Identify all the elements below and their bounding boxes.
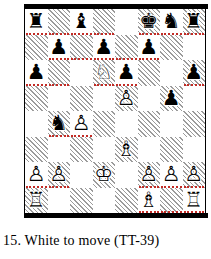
square-h1: ♖ bbox=[183, 188, 206, 214]
piece-black-R-a8: ♜ bbox=[27, 11, 46, 32]
piece-white-B-f1: ♗ bbox=[139, 190, 158, 211]
square-a2: ♙ bbox=[25, 162, 48, 188]
square-d4 bbox=[93, 111, 116, 137]
square-b6 bbox=[48, 60, 71, 86]
square-b4: ♞ bbox=[48, 111, 71, 137]
square-f4 bbox=[138, 111, 161, 137]
square-g1 bbox=[160, 188, 183, 214]
piece-black-K-f8: ♚ bbox=[139, 11, 158, 32]
square-g2: ♙ bbox=[160, 162, 183, 188]
square-g3 bbox=[160, 137, 183, 163]
square-a8: ♜ bbox=[25, 9, 48, 35]
square-g6 bbox=[160, 60, 183, 86]
piece-white-R-a1: ♖ bbox=[27, 190, 46, 211]
square-f7: ♟ bbox=[138, 35, 161, 61]
square-e1 bbox=[115, 188, 138, 214]
square-e8 bbox=[115, 9, 138, 35]
piece-white-K-d2: ♔ bbox=[94, 164, 113, 185]
board: ♜♝♚♞♜♟♟♟♟♘♟♟♙♟♞♙♗♙♙♔♙♙♙♖♗♖ bbox=[25, 9, 205, 213]
piece-black-B-c8: ♝ bbox=[72, 11, 91, 32]
piece-white-P-b2: ♙ bbox=[49, 164, 68, 185]
square-g5: ♟ bbox=[160, 86, 183, 112]
square-e6: ♟ bbox=[115, 60, 138, 86]
piece-white-P-h2: ♙ bbox=[184, 164, 203, 185]
piece-white-P-a2: ♙ bbox=[27, 164, 46, 185]
square-h2: ♙ bbox=[183, 162, 206, 188]
square-c4: ♙ bbox=[70, 111, 93, 137]
square-d3 bbox=[93, 137, 116, 163]
board-bottom-rule bbox=[24, 213, 208, 218]
square-e4 bbox=[115, 111, 138, 137]
square-c8: ♝ bbox=[70, 9, 93, 35]
square-b5 bbox=[48, 86, 71, 112]
square-c3 bbox=[70, 137, 93, 163]
square-b8 bbox=[48, 9, 71, 35]
document-page: ♜♝♚♞♜♟♟♟♟♘♟♟♙♟♞♙♗♙♙♔♙♙♙♖♗♖ 15. White to … bbox=[0, 0, 211, 259]
piece-white-P-g2: ♙ bbox=[162, 164, 181, 185]
diagram-caption: 15. White to move (TT-39) bbox=[3, 233, 159, 249]
square-h7 bbox=[183, 35, 206, 61]
square-e7 bbox=[115, 35, 138, 61]
square-d8 bbox=[93, 9, 116, 35]
square-h8: ♜ bbox=[183, 9, 206, 35]
piece-white-N-d6: ♘ bbox=[94, 62, 113, 83]
square-b2: ♙ bbox=[48, 162, 71, 188]
square-g7 bbox=[160, 35, 183, 61]
piece-black-P-g5: ♟ bbox=[162, 88, 181, 109]
square-h3 bbox=[183, 137, 206, 163]
square-f5 bbox=[138, 86, 161, 112]
square-h4 bbox=[183, 111, 206, 137]
square-c6 bbox=[70, 60, 93, 86]
piece-black-P-b7: ♟ bbox=[49, 37, 68, 58]
piece-black-P-d7: ♟ bbox=[94, 37, 113, 58]
piece-black-R-h8: ♜ bbox=[184, 11, 203, 32]
square-d1 bbox=[93, 188, 116, 214]
piece-black-P-h6: ♟ bbox=[184, 62, 203, 83]
board-frame: ♜♝♚♞♜♟♟♟♟♘♟♟♙♟♞♙♗♙♙♔♙♙♙♖♗♖ bbox=[24, 9, 206, 213]
square-g8: ♞ bbox=[160, 9, 183, 35]
square-a7 bbox=[25, 35, 48, 61]
square-f3 bbox=[138, 137, 161, 163]
square-e5: ♙ bbox=[115, 86, 138, 112]
square-f6 bbox=[138, 60, 161, 86]
square-a3 bbox=[25, 137, 48, 163]
square-b3 bbox=[48, 137, 71, 163]
square-c7 bbox=[70, 35, 93, 61]
square-c5 bbox=[70, 86, 93, 112]
square-g4 bbox=[160, 111, 183, 137]
square-d6: ♘ bbox=[93, 60, 116, 86]
square-b1 bbox=[48, 188, 71, 214]
piece-white-P-c4: ♙ bbox=[72, 113, 91, 134]
square-f8: ♚ bbox=[138, 9, 161, 35]
square-a4 bbox=[25, 111, 48, 137]
square-f2: ♙ bbox=[138, 162, 161, 188]
square-a1: ♖ bbox=[25, 188, 48, 214]
square-e2 bbox=[115, 162, 138, 188]
square-a6: ♟ bbox=[25, 60, 48, 86]
square-h6: ♟ bbox=[183, 60, 206, 86]
square-e3: ♗ bbox=[115, 137, 138, 163]
piece-white-B-e3: ♗ bbox=[117, 139, 136, 160]
piece-white-P-e5: ♙ bbox=[117, 88, 136, 109]
piece-white-P-f2: ♙ bbox=[139, 164, 158, 185]
piece-black-N-g8: ♞ bbox=[162, 11, 181, 32]
square-c1 bbox=[70, 188, 93, 214]
piece-black-P-f7: ♟ bbox=[139, 37, 158, 58]
square-d5 bbox=[93, 86, 116, 112]
square-h5 bbox=[183, 86, 206, 112]
piece-white-R-h1: ♖ bbox=[184, 190, 203, 211]
square-c2 bbox=[70, 162, 93, 188]
piece-black-P-e6: ♟ bbox=[117, 62, 136, 83]
square-d2: ♔ bbox=[93, 162, 116, 188]
square-b7: ♟ bbox=[48, 35, 71, 61]
piece-black-N-b4: ♞ bbox=[49, 113, 68, 134]
piece-black-P-a6: ♟ bbox=[27, 62, 46, 83]
square-a5 bbox=[25, 86, 48, 112]
square-f1: ♗ bbox=[138, 188, 161, 214]
square-d7: ♟ bbox=[93, 35, 116, 61]
